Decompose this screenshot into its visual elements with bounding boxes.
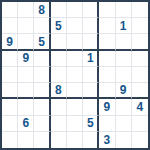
cell-r1c9[interactable] — [132, 2, 148, 18]
cell-r9c3[interactable] — [34, 132, 50, 148]
cell-r6c3[interactable] — [34, 83, 50, 99]
cell-r1c5[interactable] — [67, 2, 83, 18]
cell-r9c7[interactable]: 3 — [99, 132, 115, 148]
cell-r8c6[interactable]: 5 — [83, 116, 99, 132]
cell-r3c3[interactable]: 5 — [34, 34, 50, 50]
cell-r1c6[interactable] — [83, 2, 99, 18]
cell-r9c2[interactable] — [18, 132, 34, 148]
sudoku-board: 85195918994653 — [0, 0, 150, 150]
cell-r9c5[interactable] — [67, 132, 83, 148]
cell-r1c1[interactable] — [2, 2, 18, 18]
cell-r4c2[interactable]: 9 — [18, 51, 34, 67]
cell-r5c6[interactable] — [83, 67, 99, 83]
cell-r2c2[interactable] — [18, 18, 34, 34]
cell-r2c6[interactable] — [83, 18, 99, 34]
cell-r3c7[interactable] — [99, 34, 115, 50]
cell-r4c1[interactable] — [2, 51, 18, 67]
cell-r5c4[interactable] — [51, 67, 67, 83]
cell-r8c2[interactable]: 6 — [18, 116, 34, 132]
cell-r8c5[interactable] — [67, 116, 83, 132]
cell-r2c8[interactable]: 1 — [116, 18, 132, 34]
cell-r3c5[interactable] — [67, 34, 83, 50]
cell-r3c6[interactable] — [83, 34, 99, 50]
cell-r2c3[interactable] — [34, 18, 50, 34]
cell-r4c6[interactable]: 1 — [83, 51, 99, 67]
cell-r8c1[interactable] — [2, 116, 18, 132]
cell-r1c4[interactable] — [51, 2, 67, 18]
cell-r4c4[interactable] — [51, 51, 67, 67]
cell-r6c7[interactable] — [99, 83, 115, 99]
cell-r7c2[interactable] — [18, 99, 34, 115]
cell-r1c8[interactable] — [116, 2, 132, 18]
cell-r4c5[interactable] — [67, 51, 83, 67]
cell-r8c8[interactable] — [116, 116, 132, 132]
cell-r9c1[interactable] — [2, 132, 18, 148]
cell-r3c2[interactable] — [18, 34, 34, 50]
cell-r4c9[interactable] — [132, 51, 148, 67]
cell-r5c2[interactable] — [18, 67, 34, 83]
cell-r2c9[interactable] — [132, 18, 148, 34]
cell-r9c4[interactable] — [51, 132, 67, 148]
cell-r7c1[interactable] — [2, 99, 18, 115]
cell-r6c5[interactable] — [67, 83, 83, 99]
cell-r3c1[interactable]: 9 — [2, 34, 18, 50]
cell-r5c9[interactable] — [132, 67, 148, 83]
cell-r8c3[interactable] — [34, 116, 50, 132]
cell-r4c7[interactable] — [99, 51, 115, 67]
cell-r7c4[interactable] — [51, 99, 67, 115]
cell-r6c6[interactable] — [83, 83, 99, 99]
cell-r8c9[interactable] — [132, 116, 148, 132]
cell-r3c9[interactable] — [132, 34, 148, 50]
cell-r6c8[interactable]: 9 — [116, 83, 132, 99]
cell-r6c4[interactable]: 8 — [51, 83, 67, 99]
cell-r6c2[interactable] — [18, 83, 34, 99]
cell-r2c4[interactable]: 5 — [51, 18, 67, 34]
cell-r2c1[interactable] — [2, 18, 18, 34]
cell-r5c7[interactable] — [99, 67, 115, 83]
cell-r3c8[interactable] — [116, 34, 132, 50]
cell-r5c1[interactable] — [2, 67, 18, 83]
cell-r8c4[interactable] — [51, 116, 67, 132]
cell-r7c8[interactable] — [116, 99, 132, 115]
cell-r2c7[interactable] — [99, 18, 115, 34]
cell-r1c3[interactable]: 8 — [34, 2, 50, 18]
cell-r2c5[interactable] — [67, 18, 83, 34]
cell-r4c8[interactable] — [116, 51, 132, 67]
cell-r5c5[interactable] — [67, 67, 83, 83]
cell-r5c3[interactable] — [34, 67, 50, 83]
cell-r7c7[interactable]: 9 — [99, 99, 115, 115]
cell-r7c3[interactable] — [34, 99, 50, 115]
cell-r9c8[interactable] — [116, 132, 132, 148]
cell-r9c9[interactable] — [132, 132, 148, 148]
cell-r9c6[interactable] — [83, 132, 99, 148]
cell-r5c8[interactable] — [116, 67, 132, 83]
cell-r6c1[interactable] — [2, 83, 18, 99]
cell-r7c5[interactable] — [67, 99, 83, 115]
cell-r7c6[interactable] — [83, 99, 99, 115]
cell-r3c4[interactable] — [51, 34, 67, 50]
cell-r7c9[interactable]: 4 — [132, 99, 148, 115]
cell-r8c7[interactable] — [99, 116, 115, 132]
cell-r1c2[interactable] — [18, 2, 34, 18]
cell-r6c9[interactable] — [132, 83, 148, 99]
cell-r4c3[interactable] — [34, 51, 50, 67]
cell-r1c7[interactable] — [99, 2, 115, 18]
